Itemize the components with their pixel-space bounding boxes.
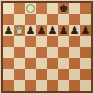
square-h4[interactable] [80,47,91,58]
square-d1[interactable] [36,80,47,91]
square-a2[interactable] [3,69,14,80]
square-f3[interactable] [58,58,69,69]
square-g1[interactable] [69,80,80,91]
square-e5[interactable] [47,36,58,47]
square-f4[interactable] [58,47,69,58]
square-h6[interactable]: ♟ [80,25,91,36]
square-c8[interactable] [25,3,36,14]
square-a4[interactable] [3,47,14,58]
square-c6[interactable]: ♟ [25,25,36,36]
square-b3[interactable] [14,58,25,69]
square-e6[interactable]: ♟ [47,25,58,36]
square-a6[interactable]: ♟ [3,25,14,36]
annotation-circle-c8 [26,4,35,13]
square-a8[interactable] [3,3,14,14]
square-g6[interactable]: ♟ [69,25,80,36]
square-c3[interactable] [25,58,36,69]
square-b5[interactable] [14,36,25,47]
piece-black-king-f8[interactable]: ♚ [58,3,69,14]
square-a5[interactable] [3,36,14,47]
square-a3[interactable] [3,58,14,69]
square-e4[interactable] [47,47,58,58]
piece-black-pawn-e6[interactable]: ♟ [47,25,58,36]
square-e8[interactable] [47,3,58,14]
square-f1[interactable] [58,80,69,91]
square-f6[interactable]: ♟ [58,25,69,36]
chess-board: ♚♟♛♟♟♟♟♟♟ [0,0,94,94]
piece-black-pawn-a6[interactable]: ♟ [3,25,14,36]
piece-black-pawn-f6[interactable]: ♟ [58,25,69,36]
square-g3[interactable] [69,58,80,69]
piece-black-pawn-h6[interactable]: ♟ [80,25,91,36]
piece-black-pawn-d6[interactable]: ♟ [36,25,47,36]
square-c4[interactable] [25,47,36,58]
square-c1[interactable] [25,80,36,91]
square-e3[interactable] [47,58,58,69]
square-d8[interactable] [36,3,47,14]
square-c2[interactable] [25,69,36,80]
square-h5[interactable] [80,36,91,47]
square-b4[interactable] [14,47,25,58]
square-a1[interactable] [3,80,14,91]
square-f2[interactable] [58,69,69,80]
square-b8[interactable] [14,3,25,14]
square-f8[interactable]: ♚ [58,3,69,14]
square-d4[interactable] [36,47,47,58]
square-e2[interactable] [47,69,58,80]
square-h8[interactable] [80,3,91,14]
square-d3[interactable] [36,58,47,69]
square-h2[interactable] [80,69,91,80]
square-h1[interactable] [80,80,91,91]
square-g5[interactable] [69,36,80,47]
board-frame: ♚♟♛♟♟♟♟♟♟ [1,1,93,93]
square-d2[interactable] [36,69,47,80]
square-b6[interactable]: ♛ [14,25,25,36]
square-g2[interactable] [69,69,80,80]
square-d6[interactable]: ♟ [36,25,47,36]
piece-white-queen-b6[interactable]: ♛ [14,25,25,36]
chess-board-grid: ♚♟♛♟♟♟♟♟♟ [3,3,91,91]
square-c5[interactable] [25,36,36,47]
piece-black-pawn-c6[interactable]: ♟ [25,25,36,36]
square-g4[interactable] [69,47,80,58]
square-g8[interactable] [69,3,80,14]
square-b2[interactable] [14,69,25,80]
square-e1[interactable] [47,80,58,91]
square-h3[interactable] [80,58,91,69]
piece-black-pawn-g6[interactable]: ♟ [69,25,80,36]
square-b1[interactable] [14,80,25,91]
square-f5[interactable] [58,36,69,47]
square-d5[interactable] [36,36,47,47]
